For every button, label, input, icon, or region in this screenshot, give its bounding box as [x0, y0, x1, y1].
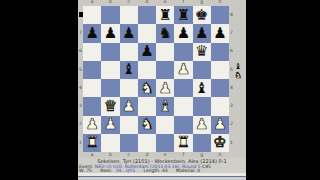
square-b8[interactable] [101, 6, 119, 24]
square-d3[interactable] [138, 97, 156, 115]
square-g3[interactable] [193, 97, 211, 115]
square-g2[interactable]: ♟ [193, 116, 211, 134]
black-queen-piece: ♛ [195, 44, 208, 59]
black-pawn-piece: ♟ [85, 26, 98, 41]
square-h4[interactable] [211, 79, 229, 97]
square-c8[interactable] [120, 6, 138, 24]
square-b4[interactable] [101, 79, 119, 97]
white-knight-captured-icon: ♞ [234, 72, 241, 80]
square-a4[interactable] [83, 79, 101, 97]
square-h5[interactable] [211, 61, 229, 79]
black-to-move-indicator [79, 12, 83, 17]
square-d4[interactable]: ♞ [138, 79, 156, 97]
white-queen-piece: ♛ [104, 99, 117, 114]
black-king-piece: ♚ [195, 8, 208, 23]
rank-label-1: 1 [229, 134, 234, 152]
rank-label-3: 3 [229, 97, 234, 115]
square-g7[interactable]: ♟ [193, 24, 211, 42]
file-label-e: e [156, 0, 174, 5]
square-e4[interactable]: ♟ [156, 79, 174, 97]
square-h3[interactable] [211, 97, 229, 115]
square-b6[interactable] [101, 43, 119, 61]
square-g5[interactable] [193, 61, 211, 79]
square-d2[interactable]: ♞ [138, 116, 156, 134]
square-f3[interactable] [174, 97, 192, 115]
white-rook-piece: ♜ [177, 135, 190, 150]
square-f6[interactable] [174, 43, 192, 61]
black-pawn-piece: ♟ [104, 26, 117, 41]
file-label-h: h [211, 0, 229, 5]
white-pawn-piece: ♟ [213, 117, 226, 132]
rank-label-8: 8 [229, 6, 234, 24]
black-knight-piece: ♞ [158, 26, 171, 41]
white-pawn-piece: ♟ [104, 117, 117, 132]
footer-divider [78, 176, 246, 177]
black-pawn-piece: ♟ [177, 26, 190, 41]
white-bishop-piece: ♝ [158, 99, 171, 114]
square-c7[interactable]: ♟ [120, 24, 138, 42]
black-pawn-piece: ♟ [122, 26, 135, 41]
right-black-bar [246, 0, 320, 180]
rank-label-4: 4 [229, 79, 234, 97]
file-label-g: g [193, 0, 211, 5]
game-info-footer: Sekelsen, Tyri (2101) - Weckenbein, Alex… [78, 158, 246, 180]
black-pawn-piece: ♟ [213, 26, 226, 41]
square-e8[interactable]: ♜ [156, 6, 174, 24]
square-h6[interactable] [211, 43, 229, 61]
white-knight-piece: ♞ [140, 81, 153, 96]
file-labels-top: abcdefgh [83, 0, 229, 5]
square-h8[interactable] [211, 6, 229, 24]
black-bishop-piece: ♝ [195, 81, 208, 96]
black-bishop-piece: ♝ [122, 62, 135, 77]
white-rook-piece: ♜ [85, 135, 98, 150]
square-d7[interactable] [138, 24, 156, 42]
square-b1[interactable] [101, 134, 119, 152]
chess-gui-panel: abcdefgh abcdefgh 87654321 87654321 ♜♜♚♟… [78, 0, 246, 180]
square-h7[interactable]: ♟ [211, 24, 229, 42]
square-d8[interactable] [138, 6, 156, 24]
square-c4[interactable] [120, 79, 138, 97]
chess-board[interactable]: ♜♜♚♟♟♟♞♟♟♟♟♛♝♟♞♟♝♛♟♝♟♟♞♟♟♜♜♚ [83, 6, 229, 152]
file-label-b: b [101, 0, 119, 5]
square-g6[interactable]: ♛ [193, 43, 211, 61]
square-c3[interactable]: ♟ [120, 97, 138, 115]
square-a6[interactable] [83, 43, 101, 61]
black-pawn-piece: ♟ [195, 26, 208, 41]
square-c6[interactable] [120, 43, 138, 61]
square-g4[interactable]: ♝ [193, 79, 211, 97]
file-label-c: c [120, 0, 138, 5]
square-a3[interactable] [83, 97, 101, 115]
white-pawn-piece: ♟ [195, 117, 208, 132]
white-pawn-piece: ♟ [122, 99, 135, 114]
square-d1[interactable] [138, 134, 156, 152]
square-b3[interactable]: ♛ [101, 97, 119, 115]
white-pawn-piece: ♟ [177, 62, 190, 77]
white-pawn-piece: ♟ [85, 117, 98, 132]
square-d6[interactable]: ♟ [138, 43, 156, 61]
square-b2[interactable]: ♟ [101, 116, 119, 134]
square-c5[interactable]: ♝ [120, 61, 138, 79]
square-b5[interactable] [101, 61, 119, 79]
square-f2[interactable] [174, 116, 192, 134]
square-e6[interactable] [156, 43, 174, 61]
material-imbalance-tray: ♝♞ [232, 63, 244, 80]
square-h2[interactable]: ♟ [211, 116, 229, 134]
left-black-bar [0, 0, 78, 180]
square-a5[interactable] [83, 61, 101, 79]
square-e7[interactable]: ♞ [156, 24, 174, 42]
rank-label-7: 7 [229, 24, 234, 42]
video-frame: { "game": "chess", "position": { "fen": … [0, 0, 320, 180]
square-e1[interactable] [156, 134, 174, 152]
square-c1[interactable] [120, 134, 138, 152]
file-label-a: a [83, 0, 101, 5]
square-a2[interactable]: ♟ [83, 116, 101, 134]
black-pawn-piece: ♟ [140, 44, 153, 59]
square-f7[interactable]: ♟ [174, 24, 192, 42]
square-f8[interactable]: ♜ [174, 6, 192, 24]
square-g1[interactable] [193, 134, 211, 152]
square-a8[interactable] [83, 6, 101, 24]
black-rook-piece: ♜ [177, 8, 190, 23]
square-c2[interactable] [120, 116, 138, 134]
square-e5[interactable] [156, 61, 174, 79]
file-label-f: f [174, 0, 192, 5]
square-d5[interactable] [138, 61, 156, 79]
square-h1[interactable]: ♚ [211, 134, 229, 152]
square-a1[interactable]: ♜ [83, 134, 101, 152]
rank-label-2: 2 [229, 116, 234, 134]
black-bishop-captured-icon: ♝ [234, 63, 241, 71]
black-rook-piece: ♜ [158, 8, 171, 23]
white-king-piece: ♚ [213, 135, 226, 150]
square-a7[interactable]: ♟ [83, 24, 101, 42]
file-label-d: d [138, 0, 156, 5]
square-e3[interactable]: ♝ [156, 97, 174, 115]
rank-label-6: 6 [229, 43, 234, 61]
square-g8[interactable]: ♚ [193, 6, 211, 24]
white-knight-piece: ♞ [140, 117, 153, 132]
square-b7[interactable]: ♟ [101, 24, 119, 42]
square-e2[interactable] [156, 116, 174, 134]
square-f4[interactable] [174, 79, 192, 97]
square-f1[interactable]: ♜ [174, 134, 192, 152]
white-pawn-piece: ♟ [158, 81, 171, 96]
square-f5[interactable]: ♟ [174, 61, 192, 79]
